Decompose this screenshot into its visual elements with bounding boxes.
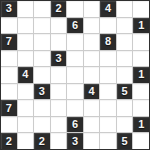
clue-cell-r6c6: 4 [84, 84, 100, 100]
empty-cell-r6c1[interactable] [1, 84, 17, 100]
empty-cell-r6c4[interactable] [51, 84, 67, 100]
empty-cell-r8c4[interactable] [51, 117, 67, 133]
empty-cell-r2c7[interactable] [100, 18, 116, 34]
clue-cell-r1c4: 2 [51, 1, 67, 17]
empty-cell-r3c3[interactable] [34, 34, 50, 50]
empty-cell-r7c5[interactable] [67, 100, 83, 116]
empty-cell-r5c1[interactable] [1, 67, 17, 83]
clue-cell-r3c7: 8 [100, 34, 116, 50]
empty-cell-r7c6[interactable] [84, 100, 100, 116]
clue-cell-r3c1: 7 [1, 34, 17, 50]
clue-cell-r9c5: 3 [67, 133, 83, 149]
empty-cell-r8c8[interactable] [117, 117, 133, 133]
empty-cell-r3c8[interactable] [117, 34, 133, 50]
clue-cell-r2c5: 6 [67, 18, 83, 34]
clue-cell-r5c9: 1 [133, 67, 149, 83]
empty-cell-r9c4[interactable] [51, 133, 67, 149]
empty-cell-r9c2[interactable] [18, 133, 34, 149]
clue-cell-r1c1: 3 [1, 1, 17, 17]
empty-cell-r1c2[interactable] [18, 1, 34, 17]
empty-cell-r8c1[interactable] [1, 117, 17, 133]
empty-cell-r8c2[interactable] [18, 117, 34, 133]
empty-cell-r4c2[interactable] [18, 51, 34, 67]
empty-cell-r5c3[interactable] [34, 67, 50, 83]
empty-cell-r6c2[interactable] [18, 84, 34, 100]
empty-cell-r7c2[interactable] [18, 100, 34, 116]
empty-cell-r2c2[interactable] [18, 18, 34, 34]
empty-cell-r2c4[interactable] [51, 18, 67, 34]
empty-cell-r9c7[interactable] [100, 133, 116, 149]
empty-cell-r3c9[interactable] [133, 34, 149, 50]
empty-cell-r7c9[interactable] [133, 100, 149, 116]
empty-cell-r9c9[interactable] [133, 133, 149, 149]
clue-cell-r1c7: 4 [100, 1, 116, 17]
puzzle-board: 32461783413457612235 [0, 0, 150, 150]
empty-cell-r4c9[interactable] [133, 51, 149, 67]
empty-cell-r1c5[interactable] [67, 1, 83, 17]
empty-cell-r7c8[interactable] [117, 100, 133, 116]
empty-cell-r9c6[interactable] [84, 133, 100, 149]
clue-cell-r2c9: 1 [133, 18, 149, 34]
empty-cell-r3c6[interactable] [84, 34, 100, 50]
empty-cell-r6c5[interactable] [67, 84, 83, 100]
empty-cell-r7c7[interactable] [100, 100, 116, 116]
empty-cell-r1c9[interactable] [133, 1, 149, 17]
empty-cell-r5c4[interactable] [51, 67, 67, 83]
clue-cell-r4c4: 3 [51, 51, 67, 67]
empty-cell-r5c7[interactable] [100, 67, 116, 83]
empty-cell-r1c3[interactable] [34, 1, 50, 17]
empty-cell-r5c5[interactable] [67, 67, 83, 83]
empty-cell-r7c3[interactable] [34, 100, 50, 116]
empty-cell-r4c7[interactable] [100, 51, 116, 67]
empty-cell-r2c1[interactable] [1, 18, 17, 34]
empty-cell-r6c7[interactable] [100, 84, 116, 100]
clue-cell-r9c1: 2 [1, 133, 17, 149]
clue-cell-r6c8: 5 [117, 84, 133, 100]
empty-cell-r7c4[interactable] [51, 100, 67, 116]
empty-cell-r5c6[interactable] [84, 67, 100, 83]
empty-cell-r4c8[interactable] [117, 51, 133, 67]
empty-cell-r2c6[interactable] [84, 18, 100, 34]
clue-cell-r5c2: 4 [18, 67, 34, 83]
empty-cell-r8c6[interactable] [84, 117, 100, 133]
empty-cell-r3c2[interactable] [18, 34, 34, 50]
clue-cell-r6c3: 3 [34, 84, 50, 100]
empty-cell-r8c3[interactable] [34, 117, 50, 133]
empty-cell-r2c8[interactable] [117, 18, 133, 34]
empty-cell-r1c8[interactable] [117, 1, 133, 17]
empty-cell-r3c5[interactable] [67, 34, 83, 50]
empty-cell-r6c9[interactable] [133, 84, 149, 100]
empty-cell-r5c8[interactable] [117, 67, 133, 83]
empty-cell-r3c4[interactable] [51, 34, 67, 50]
empty-cell-r4c5[interactable] [67, 51, 83, 67]
clue-cell-r7c1: 7 [1, 100, 17, 116]
empty-cell-r8c7[interactable] [100, 117, 116, 133]
empty-cell-r4c6[interactable] [84, 51, 100, 67]
clue-cell-r8c5: 6 [67, 117, 83, 133]
empty-cell-r4c1[interactable] [1, 51, 17, 67]
empty-cell-r2c3[interactable] [34, 18, 50, 34]
clue-cell-r9c3: 2 [34, 133, 50, 149]
empty-cell-r4c3[interactable] [34, 51, 50, 67]
clue-cell-r8c9: 1 [133, 117, 149, 133]
clue-cell-r9c8: 5 [117, 133, 133, 149]
empty-cell-r1c6[interactable] [84, 1, 100, 17]
